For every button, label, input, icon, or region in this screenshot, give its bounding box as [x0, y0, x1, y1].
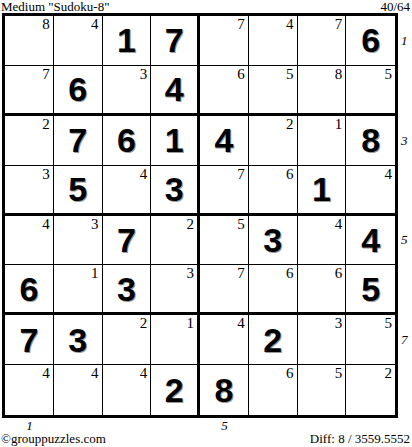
sudoku-board: 8417747676346585276142183543761443725344…: [2, 13, 398, 418]
placed-digit: 1: [117, 23, 136, 57]
cell-r1c5[interactable]: 7: [200, 16, 249, 66]
pencil-mark: 6: [286, 365, 294, 382]
cell-r8c4[interactable]: 2: [151, 365, 200, 415]
cell-r5c2[interactable]: 3: [54, 216, 103, 266]
cell-r1c3[interactable]: 1: [103, 16, 152, 66]
cell-r2c4[interactable]: 4: [151, 66, 200, 116]
cell-r8c1[interactable]: 4: [5, 365, 54, 415]
row-label-5: 5: [401, 232, 408, 248]
cell-r6c2[interactable]: 1: [54, 265, 103, 315]
cell-r4c7[interactable]: 1: [298, 166, 347, 216]
cell-r2c1[interactable]: 7: [5, 66, 54, 116]
pencil-mark: 2: [385, 365, 393, 382]
placed-digit: 7: [19, 323, 38, 357]
pencil-mark: 2: [42, 116, 50, 133]
cell-r8c5[interactable]: 8: [200, 365, 249, 415]
pencil-mark: 3: [91, 216, 99, 233]
pencil-mark: 4: [385, 166, 393, 183]
placed-digit: 3: [263, 223, 282, 257]
pencil-mark: 3: [187, 265, 195, 282]
pencil-mark: 4: [286, 16, 294, 33]
pencil-mark: 7: [42, 66, 50, 83]
cell-r2c2[interactable]: 6: [54, 66, 103, 116]
cell-r7c1[interactable]: 7: [5, 315, 54, 365]
pencil-mark: 1: [187, 315, 195, 332]
cell-r7c5[interactable]: 4: [200, 315, 249, 365]
cell-r5c5[interactable]: 5: [200, 216, 249, 266]
placed-digit: 5: [361, 272, 380, 306]
pencil-mark: 4: [335, 216, 343, 233]
cell-r4c8[interactable]: 4: [346, 166, 395, 216]
puzzle-page: Medium "Sudoku-8" 40/64 8417747676346585…: [0, 0, 412, 447]
cell-r2c6[interactable]: 5: [249, 66, 298, 116]
pencil-mark: 3: [140, 66, 148, 83]
pencil-mark: 4: [91, 16, 99, 33]
placed-digit: 1: [165, 123, 184, 157]
placed-digit: 7: [165, 23, 184, 57]
placed-digit: 4: [165, 72, 184, 106]
pencil-mark: 4: [140, 166, 148, 183]
col-label-5: 5: [221, 418, 228, 434]
cell-r6c1[interactable]: 6: [5, 265, 54, 315]
row-label-1: 1: [401, 33, 408, 49]
pencil-mark: 5: [335, 365, 343, 382]
cell-r8c6[interactable]: 6: [249, 365, 298, 415]
pencil-mark: 4: [140, 365, 148, 382]
pencil-mark: 7: [237, 265, 245, 282]
cell-r8c7[interactable]: 5: [298, 365, 347, 415]
pencil-mark: 4: [91, 365, 99, 382]
placed-digit: 8: [361, 123, 380, 157]
placed-digit: 5: [68, 172, 87, 206]
placed-digit: 3: [165, 172, 184, 206]
cell-r7c6[interactable]: 2: [249, 315, 298, 365]
pencil-mark: 4: [42, 365, 50, 382]
placed-digit: 3: [117, 272, 136, 306]
cell-r1c2[interactable]: 4: [54, 16, 103, 66]
row-label-7: 7: [401, 332, 408, 348]
cell-r4c5[interactable]: 7: [200, 166, 249, 216]
placed-digit: 1: [312, 172, 331, 206]
placed-digit: 7: [68, 123, 87, 157]
cell-r4c2[interactable]: 5: [54, 166, 103, 216]
pencil-mark: 5: [286, 66, 294, 83]
pencil-mark: 4: [237, 315, 245, 332]
pencil-mark: 6: [237, 66, 245, 83]
cell-r3c4[interactable]: 1: [151, 116, 200, 166]
cell-r4c3[interactable]: 4: [103, 166, 152, 216]
cell-r1c6[interactable]: 4: [249, 16, 298, 66]
cell-r5c1[interactable]: 4: [5, 216, 54, 266]
pencil-mark: 7: [335, 16, 343, 33]
cell-r1c7[interactable]: 7: [298, 16, 347, 66]
cell-r7c3[interactable]: 2: [103, 315, 152, 365]
cell-r3c6[interactable]: 2: [249, 116, 298, 166]
cell-r1c8[interactable]: 6: [346, 16, 395, 66]
pencil-mark: 3: [42, 166, 50, 183]
cell-r1c4[interactable]: 7: [151, 16, 200, 66]
cell-r6c5[interactable]: 7: [200, 265, 249, 315]
row-label-3: 3: [401, 133, 408, 149]
placed-digit: 4: [214, 123, 233, 157]
placed-digit: 6: [68, 72, 87, 106]
cell-r4c6[interactable]: 6: [249, 166, 298, 216]
cell-r8c8[interactable]: 2: [346, 365, 395, 415]
cell-r3c1[interactable]: 2: [5, 116, 54, 166]
placed-digit: 6: [19, 272, 38, 306]
cell-r3c8[interactable]: 8: [346, 116, 395, 166]
cell-r6c4[interactable]: 3: [151, 265, 200, 315]
copyright-text: ©grouppuzzles.com: [1, 431, 106, 447]
cell-r7c7[interactable]: 3: [298, 315, 347, 365]
cell-r5c3[interactable]: 7: [103, 216, 152, 266]
placed-digit: 8: [214, 373, 233, 407]
placed-digit: 6: [361, 23, 380, 57]
pencil-mark: 8: [42, 16, 50, 33]
pencil-mark: 5: [385, 66, 393, 83]
difficulty-text: Diff: 8 / 3559.5552: [310, 431, 410, 447]
placed-digit: 3: [68, 323, 87, 357]
pencil-mark: 1: [335, 116, 343, 133]
cell-r6c8[interactable]: 5: [346, 265, 395, 315]
pencil-mark: 2: [187, 216, 195, 233]
cell-r6c7[interactable]: 6: [298, 265, 347, 315]
placed-digit: 4: [361, 223, 380, 257]
placed-digit: 2: [263, 323, 282, 357]
pencil-mark: 6: [286, 166, 294, 183]
pencil-mark: 1: [91, 265, 99, 282]
cell-r5c6[interactable]: 3: [249, 216, 298, 266]
placed-digit: 7: [117, 223, 136, 257]
pencil-mark: 6: [286, 265, 294, 282]
pencil-mark: 7: [237, 166, 245, 183]
cell-r3c2[interactable]: 7: [54, 116, 103, 166]
cell-r1c1[interactable]: 8: [5, 16, 54, 66]
pencil-mark: 3: [335, 315, 343, 332]
cell-r2c5[interactable]: 6: [200, 66, 249, 116]
pencil-mark: 6: [335, 265, 343, 282]
cell-r7c8[interactable]: 5: [346, 315, 395, 365]
cell-r3c3[interactable]: 6: [103, 116, 152, 166]
cell-r5c4[interactable]: 2: [151, 216, 200, 266]
cell-r2c7[interactable]: 8: [298, 66, 347, 116]
cell-r6c6[interactable]: 6: [249, 265, 298, 315]
pencil-mark: 2: [140, 315, 148, 332]
pencil-mark: 5: [385, 315, 393, 332]
cell-r3c7[interactable]: 1: [298, 116, 347, 166]
cell-r4c4[interactable]: 3: [151, 166, 200, 216]
placed-digit: 2: [165, 373, 184, 407]
cell-r2c8[interactable]: 5: [346, 66, 395, 116]
cell-r8c3[interactable]: 4: [103, 365, 152, 415]
cell-r5c8[interactable]: 4: [346, 216, 395, 266]
pencil-mark: 2: [286, 116, 294, 133]
pencil-mark: 7: [237, 16, 245, 33]
cell-r7c4[interactable]: 1: [151, 315, 200, 365]
cell-r6c3[interactable]: 3: [103, 265, 152, 315]
cell-r7c2[interactable]: 3: [54, 315, 103, 365]
cell-r4c1[interactable]: 3: [5, 166, 54, 216]
pencil-mark: 8: [335, 66, 343, 83]
placed-digit: 6: [117, 123, 136, 157]
cell-r2c3[interactable]: 3: [103, 66, 152, 116]
cell-r3c5[interactable]: 4: [200, 116, 249, 166]
cell-r5c7[interactable]: 4: [298, 216, 347, 266]
cell-r8c2[interactable]: 4: [54, 365, 103, 415]
pencil-mark: 4: [42, 216, 50, 233]
pencil-mark: 5: [237, 216, 245, 233]
